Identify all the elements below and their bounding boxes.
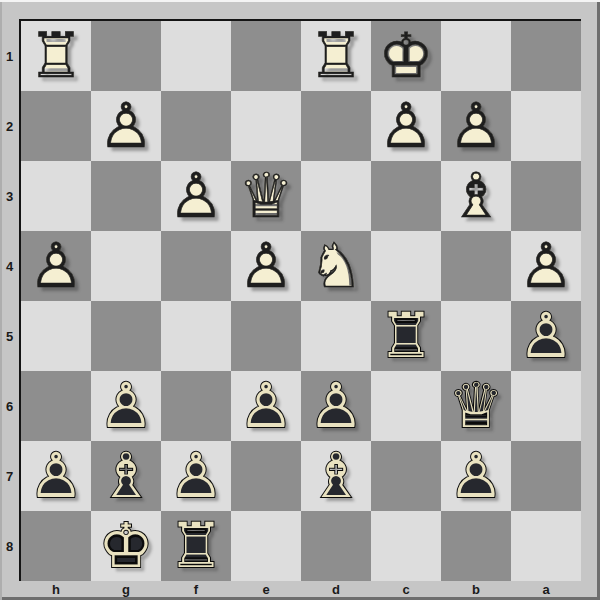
piece-outline-glyph: ♙ (511, 231, 581, 301)
piece-outline-glyph: ♙ (301, 371, 371, 441)
file-label-d: d (301, 580, 371, 598)
piece-bP-f7: ♟♙ (161, 441, 231, 511)
piece-bP-g6: ♟♙ (91, 371, 161, 441)
piece-wP-c2: ♟♙ (371, 91, 441, 161)
square-g4[interactable] (91, 231, 161, 301)
square-a6[interactable] (511, 371, 581, 441)
piece-outline-glyph: ♙ (371, 91, 441, 161)
square-f5[interactable] (161, 301, 231, 371)
square-f6[interactable] (161, 371, 231, 441)
piece-outline-glyph: ♗ (441, 161, 511, 231)
chess-board: ♜♖♜♖♚♔♟♙♟♙♟♙♟♙♛♕♝♗♟♙♟♙♞♘♟♙♜♖♟♙♟♙♟♙♟♙♛♕♟♙… (19, 19, 581, 581)
piece-wP-g2: ♟♙ (91, 91, 161, 161)
piece-wP-e4: ♟♙ (231, 231, 301, 301)
square-b5[interactable] (441, 301, 511, 371)
square-d2[interactable] (301, 91, 371, 161)
piece-outline-glyph: ♙ (231, 371, 301, 441)
square-c2[interactable]: ♟♙ (371, 91, 441, 161)
square-h6[interactable] (21, 371, 91, 441)
square-b8[interactable] (441, 511, 511, 581)
square-e7[interactable] (231, 441, 301, 511)
square-f8[interactable]: ♜♖ (161, 511, 231, 581)
square-e5[interactable] (231, 301, 301, 371)
piece-outline-glyph: ♙ (511, 301, 581, 371)
square-e1[interactable] (231, 21, 301, 91)
square-d3[interactable] (301, 161, 371, 231)
file-label-g: g (91, 580, 161, 598)
piece-outline-glyph: ♖ (301, 21, 371, 91)
piece-wR-d1: ♜♖ (301, 21, 371, 91)
square-e3[interactable]: ♛♕ (231, 161, 301, 231)
rank-label-7: 7 (0, 441, 19, 511)
square-g7[interactable]: ♝♗ (91, 441, 161, 511)
file-label-b: b (441, 580, 511, 598)
piece-bP-a5: ♟♙ (511, 301, 581, 371)
square-g1[interactable] (91, 21, 161, 91)
piece-outline-glyph: ♗ (91, 441, 161, 511)
piece-bP-b7: ♟♙ (441, 441, 511, 511)
rank-label-5: 5 (0, 301, 19, 371)
square-c1[interactable]: ♚♔ (371, 21, 441, 91)
square-h3[interactable] (21, 161, 91, 231)
piece-bK-g8: ♚♔ (91, 511, 161, 581)
square-a7[interactable] (511, 441, 581, 511)
piece-bR-f8: ♜♖ (161, 511, 231, 581)
piece-bB-g7: ♝♗ (91, 441, 161, 511)
square-d1[interactable]: ♜♖ (301, 21, 371, 91)
piece-wP-a4: ♟♙ (511, 231, 581, 301)
square-d8[interactable] (301, 511, 371, 581)
rank-label-8: 8 (0, 511, 19, 581)
square-d7[interactable]: ♝♗ (301, 441, 371, 511)
file-label-h: h (21, 580, 91, 598)
square-a3[interactable] (511, 161, 581, 231)
file-label-e: e (231, 580, 301, 598)
square-d5[interactable] (301, 301, 371, 371)
piece-outline-glyph: ♔ (91, 511, 161, 581)
square-e4[interactable]: ♟♙ (231, 231, 301, 301)
piece-outline-glyph: ♖ (21, 21, 91, 91)
piece-wQ-e3: ♛♕ (231, 161, 301, 231)
piece-outline-glyph: ♗ (301, 441, 371, 511)
file-label-f: f (161, 580, 231, 598)
square-a4[interactable]: ♟♙ (511, 231, 581, 301)
square-g6[interactable]: ♟♙ (91, 371, 161, 441)
square-c5[interactable]: ♜♖ (371, 301, 441, 371)
piece-wK-c1: ♚♔ (371, 21, 441, 91)
piece-outline-glyph: ♙ (21, 441, 91, 511)
square-a1[interactable] (511, 21, 581, 91)
chess-diagram-window: 12345678 hgfedcba ♜♖♜♖♚♔♟♙♟♙♟♙♟♙♛♕♝♗♟♙♟♙… (0, 0, 600, 600)
square-h4[interactable]: ♟♙ (21, 231, 91, 301)
rank-label-2: 2 (0, 91, 19, 161)
square-g8[interactable]: ♚♔ (91, 511, 161, 581)
square-h2[interactable] (21, 91, 91, 161)
piece-outline-glyph: ♕ (441, 371, 511, 441)
piece-outline-glyph: ♙ (441, 91, 511, 161)
piece-wP-h4: ♟♙ (21, 231, 91, 301)
square-d6[interactable]: ♟♙ (301, 371, 371, 441)
file-labels: hgfedcba (21, 580, 581, 598)
piece-bQ-b6: ♛♕ (441, 371, 511, 441)
square-h8[interactable] (21, 511, 91, 581)
piece-bP-h7: ♟♙ (21, 441, 91, 511)
piece-outline-glyph: ♙ (21, 231, 91, 301)
square-b4[interactable] (441, 231, 511, 301)
square-f7[interactable]: ♟♙ (161, 441, 231, 511)
piece-wP-b2: ♟♙ (441, 91, 511, 161)
square-c8[interactable] (371, 511, 441, 581)
square-d4[interactable]: ♞♘ (301, 231, 371, 301)
square-a5[interactable]: ♟♙ (511, 301, 581, 371)
square-c4[interactable] (371, 231, 441, 301)
square-g3[interactable] (91, 161, 161, 231)
square-b1[interactable] (441, 21, 511, 91)
file-label-c: c (371, 580, 441, 598)
square-a8[interactable] (511, 511, 581, 581)
square-e8[interactable] (231, 511, 301, 581)
piece-outline-glyph: ♙ (441, 441, 511, 511)
piece-wB-b3: ♝♗ (441, 161, 511, 231)
piece-wR-h1: ♜♖ (21, 21, 91, 91)
square-b7[interactable]: ♟♙ (441, 441, 511, 511)
square-e2[interactable] (231, 91, 301, 161)
piece-outline-glyph: ♙ (91, 371, 161, 441)
square-h5[interactable] (21, 301, 91, 371)
square-c3[interactable] (371, 161, 441, 231)
piece-wN-d4: ♞♘ (301, 231, 371, 301)
square-f4[interactable] (161, 231, 231, 301)
square-b2[interactable]: ♟♙ (441, 91, 511, 161)
square-h1[interactable]: ♜♖ (21, 21, 91, 91)
square-b6[interactable]: ♛♕ (441, 371, 511, 441)
square-a2[interactable] (511, 91, 581, 161)
piece-outline-glyph: ♖ (371, 301, 441, 371)
square-f1[interactable] (161, 21, 231, 91)
rank-label-3: 3 (0, 161, 19, 231)
rank-label-6: 6 (0, 371, 19, 441)
square-c7[interactable] (371, 441, 441, 511)
square-g2[interactable]: ♟♙ (91, 91, 161, 161)
square-g5[interactable] (91, 301, 161, 371)
rank-label-1: 1 (0, 21, 19, 91)
square-h7[interactable]: ♟♙ (21, 441, 91, 511)
square-f3[interactable]: ♟♙ (161, 161, 231, 231)
piece-bP-d6: ♟♙ (301, 371, 371, 441)
piece-wP-f3: ♟♙ (161, 161, 231, 231)
piece-outline-glyph: ♖ (161, 511, 231, 581)
square-b3[interactable]: ♝♗ (441, 161, 511, 231)
square-e6[interactable]: ♟♙ (231, 371, 301, 441)
rank-label-4: 4 (0, 231, 19, 301)
piece-bB-d7: ♝♗ (301, 441, 371, 511)
file-label-a: a (511, 580, 581, 598)
piece-outline-glyph: ♙ (161, 441, 231, 511)
rank-labels: 12345678 (0, 21, 19, 581)
piece-bR-c5: ♜♖ (371, 301, 441, 371)
piece-outline-glyph: ♙ (231, 231, 301, 301)
piece-outline-glyph: ♕ (231, 161, 301, 231)
piece-bP-e6: ♟♙ (231, 371, 301, 441)
square-f2[interactable] (161, 91, 231, 161)
piece-outline-glyph: ♔ (371, 21, 441, 91)
piece-outline-glyph: ♙ (91, 91, 161, 161)
piece-outline-glyph: ♘ (301, 231, 371, 301)
square-c6[interactable] (371, 371, 441, 441)
piece-outline-glyph: ♙ (161, 161, 231, 231)
